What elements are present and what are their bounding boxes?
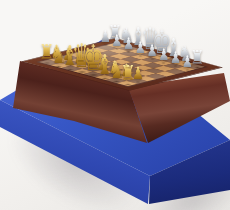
chess-set-photo: ♜♞♝♛♚♝♞♜♟♟♟♟♟♟♟♟♟♟♟♟♟♟♟♟♜♞♝♛♚♝♞♜ [0,0,230,210]
